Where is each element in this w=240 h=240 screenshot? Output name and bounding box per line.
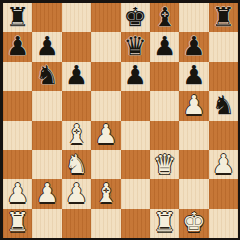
square-c8[interactable]	[62, 3, 91, 32]
square-e2[interactable]	[121, 179, 150, 208]
square-e7[interactable]: ♛	[121, 32, 150, 61]
chess-board: ♜♚♝♜♟♟♛♟♟♞♟♟♟♟♞♝♟♞♛♟♟♟♟♝♜♜♚	[3, 3, 238, 238]
square-a7[interactable]: ♟	[3, 32, 32, 61]
white-rook[interactable]: ♜	[6, 209, 29, 235]
black-king[interactable]: ♚	[124, 4, 147, 30]
square-d8[interactable]	[91, 3, 120, 32]
square-a8[interactable]: ♜	[3, 3, 32, 32]
square-f6[interactable]	[150, 62, 179, 91]
square-d1[interactable]	[91, 209, 120, 238]
white-bishop[interactable]: ♝	[65, 121, 88, 147]
square-b7[interactable]: ♟	[32, 32, 61, 61]
white-knight[interactable]: ♞	[65, 151, 88, 177]
white-queen[interactable]: ♛	[153, 151, 176, 177]
square-g1[interactable]: ♚	[179, 209, 208, 238]
black-rook[interactable]: ♜	[212, 4, 235, 30]
black-pawn[interactable]: ♟	[65, 62, 88, 88]
square-b4[interactable]	[32, 121, 61, 150]
black-pawn[interactable]: ♟	[182, 33, 205, 59]
chess-board-frame: ♜♚♝♜♟♟♛♟♟♞♟♟♟♟♞♝♟♞♛♟♟♟♟♝♜♜♚	[0, 0, 240, 240]
square-g7[interactable]: ♟	[179, 32, 208, 61]
square-f3[interactable]: ♛	[150, 150, 179, 179]
square-h1[interactable]	[209, 209, 238, 238]
white-pawn[interactable]: ♟	[94, 121, 117, 147]
black-pawn[interactable]: ♟	[124, 62, 147, 88]
black-pawn[interactable]: ♟	[35, 33, 58, 59]
white-pawn[interactable]: ♟	[212, 151, 235, 177]
white-rook[interactable]: ♜	[153, 209, 176, 235]
black-pawn[interactable]: ♟	[153, 33, 176, 59]
square-g5[interactable]: ♟	[179, 91, 208, 120]
square-g2[interactable]	[179, 179, 208, 208]
square-b1[interactable]	[32, 209, 61, 238]
square-e8[interactable]: ♚	[121, 3, 150, 32]
square-g3[interactable]	[179, 150, 208, 179]
square-a3[interactable]	[3, 150, 32, 179]
square-c6[interactable]: ♟	[62, 62, 91, 91]
square-b3[interactable]	[32, 150, 61, 179]
square-f4[interactable]	[150, 121, 179, 150]
square-a2[interactable]: ♟	[3, 179, 32, 208]
square-g6[interactable]: ♟	[179, 62, 208, 91]
square-f8[interactable]: ♝	[150, 3, 179, 32]
square-g4[interactable]	[179, 121, 208, 150]
black-queen[interactable]: ♛	[124, 33, 147, 59]
square-e1[interactable]	[121, 209, 150, 238]
white-pawn[interactable]: ♟	[35, 180, 58, 206]
black-rook[interactable]: ♜	[6, 4, 29, 30]
square-f1[interactable]: ♜	[150, 209, 179, 238]
square-h5[interactable]: ♞	[209, 91, 238, 120]
square-f5[interactable]	[150, 91, 179, 120]
square-g8[interactable]	[179, 3, 208, 32]
white-pawn[interactable]: ♟	[182, 92, 205, 118]
square-b6[interactable]: ♞	[32, 62, 61, 91]
square-h4[interactable]	[209, 121, 238, 150]
square-b8[interactable]	[32, 3, 61, 32]
square-f7[interactable]: ♟	[150, 32, 179, 61]
black-knight[interactable]: ♞	[212, 92, 235, 118]
square-e5[interactable]	[121, 91, 150, 120]
white-king[interactable]: ♚	[182, 209, 205, 235]
square-a6[interactable]	[3, 62, 32, 91]
square-d5[interactable]	[91, 91, 120, 120]
square-b2[interactable]: ♟	[32, 179, 61, 208]
black-bishop[interactable]: ♝	[153, 4, 176, 30]
square-c2[interactable]: ♟	[62, 179, 91, 208]
square-b5[interactable]	[32, 91, 61, 120]
white-pawn[interactable]: ♟	[6, 180, 29, 206]
square-f2[interactable]	[150, 179, 179, 208]
square-c4[interactable]: ♝	[62, 121, 91, 150]
square-e3[interactable]	[121, 150, 150, 179]
square-h6[interactable]	[209, 62, 238, 91]
square-c3[interactable]: ♞	[62, 150, 91, 179]
square-c7[interactable]	[62, 32, 91, 61]
square-d6[interactable]	[91, 62, 120, 91]
black-pawn[interactable]: ♟	[182, 62, 205, 88]
square-h7[interactable]	[209, 32, 238, 61]
square-c5[interactable]	[62, 91, 91, 120]
square-e6[interactable]: ♟	[121, 62, 150, 91]
square-e4[interactable]	[121, 121, 150, 150]
black-pawn[interactable]: ♟	[6, 33, 29, 59]
square-h8[interactable]: ♜	[209, 3, 238, 32]
square-d3[interactable]	[91, 150, 120, 179]
square-a4[interactable]	[3, 121, 32, 150]
white-pawn[interactable]: ♟	[65, 180, 88, 206]
square-d2[interactable]: ♝	[91, 179, 120, 208]
square-a1[interactable]: ♜	[3, 209, 32, 238]
square-h2[interactable]	[209, 179, 238, 208]
square-h3[interactable]: ♟	[209, 150, 238, 179]
white-bishop[interactable]: ♝	[94, 180, 117, 206]
square-d7[interactable]	[91, 32, 120, 61]
square-c1[interactable]	[62, 209, 91, 238]
black-knight[interactable]: ♞	[35, 62, 58, 88]
square-a5[interactable]	[3, 91, 32, 120]
square-d4[interactable]: ♟	[91, 121, 120, 150]
